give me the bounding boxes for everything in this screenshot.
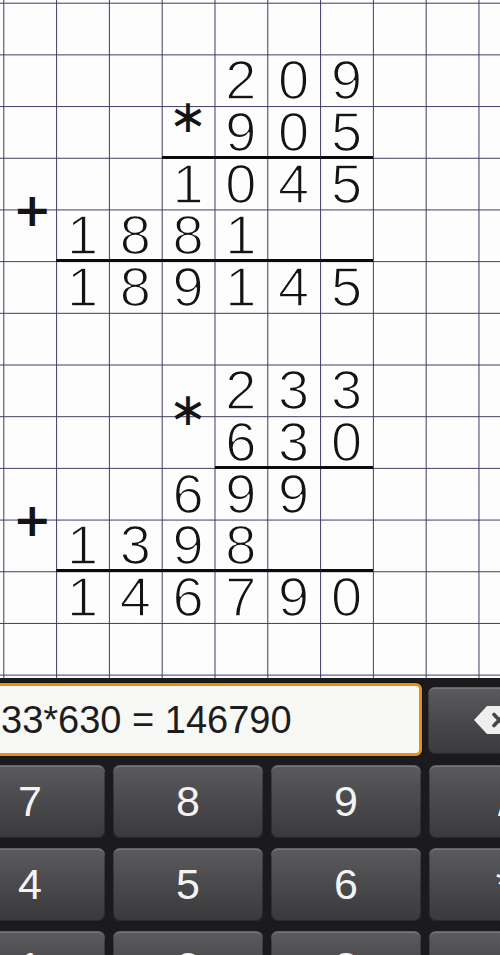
worksheet-overlay: +∗+∗ xyxy=(0,0,500,678)
keypad: 7 8 9 / 4 5 6 * 1 2 3 xyxy=(0,765,500,955)
backspace-icon xyxy=(473,705,500,735)
key-multiply[interactable]: * xyxy=(429,848,500,921)
key-7[interactable]: 7 xyxy=(0,765,105,838)
app-screen: 209905104518811891452336306991398146790 … xyxy=(0,0,500,955)
plus-sign: + xyxy=(6,184,58,236)
backspace-key[interactable] xyxy=(428,687,500,754)
key-unknown[interactable] xyxy=(429,931,500,955)
sum-rule-line xyxy=(56,259,373,262)
keypad-row: 7 8 9 / xyxy=(0,765,500,838)
key-2[interactable]: 2 xyxy=(113,931,263,955)
sum-rule-line xyxy=(56,569,373,572)
plus-sign: + xyxy=(6,494,58,546)
sum-rule-line xyxy=(215,466,373,469)
key-5[interactable]: 5 xyxy=(113,848,263,921)
expression-input[interactable]: 33*630 = 146790 xyxy=(0,683,422,756)
sum-rule-line xyxy=(162,156,373,159)
key-4[interactable]: 4 xyxy=(0,848,105,921)
key-6[interactable]: 6 xyxy=(271,848,421,921)
keypad-row: 4 5 6 * xyxy=(0,848,500,921)
key-8[interactable]: 8 xyxy=(113,765,263,838)
calculator-panel: 33*630 = 146790 7 8 9 / 4 5 6 * 1 xyxy=(0,678,500,955)
key-1[interactable]: 1 xyxy=(0,931,105,955)
key-divide[interactable]: / xyxy=(429,765,500,838)
key-3[interactable]: 3 xyxy=(271,931,421,955)
multiply-sign: ∗ xyxy=(166,94,210,138)
key-9[interactable]: 9 xyxy=(271,765,421,838)
multiply-sign: ∗ xyxy=(166,387,210,431)
keypad-row: 1 2 3 xyxy=(0,931,500,955)
graph-paper-worksheet: 209905104518811891452336306991398146790 … xyxy=(0,0,500,678)
expression-text: 33*630 = 146790 xyxy=(0,701,292,739)
